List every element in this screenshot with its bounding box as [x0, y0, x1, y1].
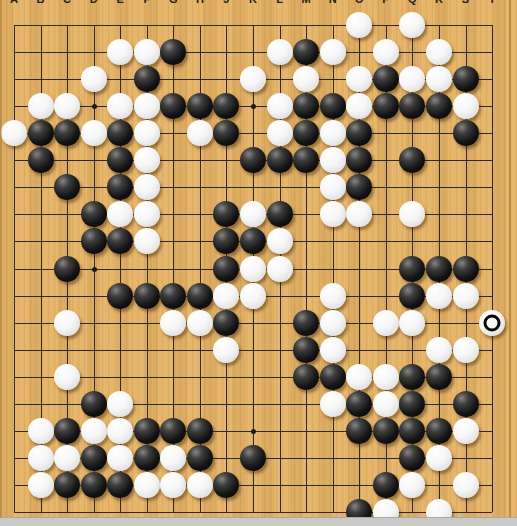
black-stone[interactable] — [81, 445, 107, 471]
white-stone[interactable] — [293, 66, 319, 92]
white-stone[interactable] — [28, 418, 54, 444]
black-stone[interactable] — [81, 228, 107, 254]
white-stone[interactable] — [54, 310, 80, 336]
black-stone[interactable] — [426, 256, 452, 282]
white-stone[interactable] — [399, 472, 425, 498]
white-stone[interactable] — [320, 174, 346, 200]
white-stone[interactable] — [453, 283, 479, 309]
white-stone[interactable] — [160, 472, 186, 498]
white-stone[interactable] — [134, 120, 160, 146]
grid-line-horizontal — [14, 350, 492, 351]
column-label: S — [462, 0, 469, 5]
white-stone[interactable] — [240, 201, 266, 227]
white-stone[interactable] — [54, 445, 80, 471]
black-stone[interactable] — [134, 418, 160, 444]
black-stone[interactable] — [453, 120, 479, 146]
white-stone[interactable] — [426, 445, 452, 471]
black-stone[interactable] — [399, 391, 425, 417]
column-label: R — [435, 0, 443, 5]
white-stone[interactable] — [81, 66, 107, 92]
black-stone[interactable] — [160, 93, 186, 119]
white-stone[interactable] — [373, 39, 399, 65]
black-stone[interactable] — [81, 201, 107, 227]
column-label: F — [143, 0, 150, 5]
black-stone[interactable] — [187, 418, 213, 444]
white-stone[interactable] — [320, 310, 346, 336]
black-stone[interactable] — [107, 472, 133, 498]
black-stone[interactable] — [213, 228, 239, 254]
black-stone[interactable] — [28, 120, 54, 146]
black-stone[interactable] — [213, 120, 239, 146]
black-stone[interactable] — [213, 310, 239, 336]
black-stone[interactable] — [453, 391, 479, 417]
white-stone[interactable] — [320, 39, 346, 65]
black-stone[interactable] — [373, 93, 399, 119]
black-stone[interactable] — [240, 228, 266, 254]
star-point — [92, 104, 97, 109]
grid-line-vertical — [492, 25, 493, 512]
black-stone[interactable] — [160, 283, 186, 309]
black-stone[interactable] — [213, 201, 239, 227]
black-stone[interactable] — [373, 418, 399, 444]
black-stone[interactable] — [54, 120, 80, 146]
column-label: P — [382, 0, 389, 5]
white-stone[interactable] — [240, 256, 266, 282]
black-stone[interactable] — [399, 364, 425, 390]
white-stone[interactable] — [160, 445, 186, 471]
go-board-app: ABCDEFGHJKLMNOPQRST — [0, 0, 517, 526]
white-stone[interactable] — [213, 337, 239, 363]
white-stone[interactable] — [28, 445, 54, 471]
black-stone[interactable] — [293, 39, 319, 65]
column-label: T — [489, 0, 496, 5]
black-stone[interactable] — [293, 93, 319, 119]
black-stone[interactable] — [107, 283, 133, 309]
black-stone[interactable] — [426, 364, 452, 390]
black-stone[interactable] — [267, 201, 293, 227]
column-label: J — [223, 0, 229, 5]
white-stone[interactable] — [134, 39, 160, 65]
white-stone[interactable] — [107, 391, 133, 417]
white-stone[interactable] — [453, 472, 479, 498]
white-stone[interactable] — [346, 364, 372, 390]
black-stone[interactable] — [54, 256, 80, 282]
black-stone[interactable] — [187, 445, 213, 471]
white-stone[interactable] — [107, 445, 133, 471]
column-label: A — [10, 0, 18, 5]
white-stone[interactable] — [399, 201, 425, 227]
column-label: C — [63, 0, 71, 5]
black-stone[interactable] — [213, 93, 239, 119]
white-stone[interactable] — [134, 147, 160, 173]
black-stone[interactable] — [320, 93, 346, 119]
black-stone[interactable] — [399, 445, 425, 471]
white-stone[interactable] — [187, 472, 213, 498]
black-stone[interactable] — [346, 120, 372, 146]
board-right-edge — [509, 0, 511, 526]
column-label: O — [355, 0, 364, 5]
white-stone[interactable] — [160, 310, 186, 336]
white-stone[interactable] — [320, 337, 346, 363]
black-stone[interactable] — [399, 93, 425, 119]
black-stone[interactable] — [293, 147, 319, 173]
column-label: L — [276, 0, 283, 5]
black-stone[interactable] — [399, 418, 425, 444]
white-stone[interactable] — [81, 120, 107, 146]
black-stone[interactable] — [54, 472, 80, 498]
bottom-strip — [0, 517, 517, 526]
white-stone[interactable] — [426, 66, 452, 92]
black-stone[interactable] — [373, 66, 399, 92]
black-stone[interactable] — [213, 472, 239, 498]
white-stone[interactable] — [453, 337, 479, 363]
white-stone[interactable] — [373, 364, 399, 390]
white-stone[interactable] — [134, 201, 160, 227]
black-stone[interactable] — [453, 256, 479, 282]
white-stone[interactable] — [453, 418, 479, 444]
black-stone[interactable] — [134, 445, 160, 471]
black-stone[interactable] — [107, 147, 133, 173]
black-stone[interactable] — [346, 174, 372, 200]
white-stone[interactable] — [54, 93, 80, 119]
black-stone[interactable] — [293, 337, 319, 363]
column-label: H — [196, 0, 204, 5]
black-stone[interactable] — [107, 120, 133, 146]
white-stone[interactable] — [320, 391, 346, 417]
white-stone[interactable] — [426, 39, 452, 65]
white-stone[interactable] — [134, 228, 160, 254]
black-stone[interactable] — [28, 147, 54, 173]
white-stone[interactable] — [240, 66, 266, 92]
black-stone[interactable] — [187, 93, 213, 119]
star-point — [251, 429, 256, 434]
black-stone[interactable] — [81, 391, 107, 417]
white-stone[interactable] — [240, 283, 266, 309]
black-stone[interactable] — [267, 147, 293, 173]
black-stone[interactable] — [320, 364, 346, 390]
black-stone[interactable] — [240, 147, 266, 173]
white-stone[interactable] — [28, 472, 54, 498]
black-stone[interactable] — [240, 445, 266, 471]
white-stone[interactable] — [187, 310, 213, 336]
white-stone[interactable] — [134, 472, 160, 498]
black-stone[interactable] — [399, 147, 425, 173]
grid-line-horizontal — [14, 512, 492, 513]
star-point — [251, 104, 256, 109]
white-stone[interactable] — [346, 66, 372, 92]
column-label: G — [169, 0, 178, 5]
black-stone[interactable] — [426, 93, 452, 119]
last-move-circle-marker — [484, 314, 501, 331]
white-stone[interactable] — [267, 256, 293, 282]
white-stone[interactable] — [107, 201, 133, 227]
white-stone[interactable] — [479, 310, 505, 336]
white-stone[interactable] — [107, 39, 133, 65]
white-stone[interactable] — [373, 310, 399, 336]
white-stone[interactable] — [54, 364, 80, 390]
white-stone[interactable] — [373, 391, 399, 417]
white-stone[interactable] — [134, 174, 160, 200]
black-stone[interactable] — [453, 66, 479, 92]
star-point — [92, 267, 97, 272]
white-stone[interactable] — [213, 283, 239, 309]
white-stone[interactable] — [1, 120, 27, 146]
black-stone[interactable] — [213, 256, 239, 282]
white-stone[interactable] — [346, 201, 372, 227]
black-stone[interactable] — [399, 256, 425, 282]
black-stone[interactable] — [293, 310, 319, 336]
white-stone[interactable] — [28, 93, 54, 119]
black-stone[interactable] — [187, 283, 213, 309]
white-stone[interactable] — [399, 66, 425, 92]
black-stone[interactable] — [160, 39, 186, 65]
white-stone[interactable] — [81, 418, 107, 444]
white-stone[interactable] — [134, 93, 160, 119]
white-stone[interactable] — [320, 120, 346, 146]
column-label: K — [249, 0, 257, 5]
black-stone[interactable] — [54, 174, 80, 200]
column-label: E — [117, 0, 124, 5]
white-stone[interactable] — [107, 93, 133, 119]
black-stone[interactable] — [293, 364, 319, 390]
black-stone[interactable] — [81, 472, 107, 498]
black-stone[interactable] — [346, 147, 372, 173]
black-stone[interactable] — [346, 391, 372, 417]
white-stone[interactable] — [346, 12, 372, 38]
column-label: Q — [408, 0, 417, 5]
white-stone[interactable] — [453, 93, 479, 119]
column-label: B — [37, 0, 45, 5]
white-stone[interactable] — [267, 39, 293, 65]
column-labels: ABCDEFGHJKLMNOPQRST — [0, 0, 517, 5]
black-stone[interactable] — [107, 228, 133, 254]
board-left-edge — [0, 0, 2, 526]
black-stone[interactable] — [107, 174, 133, 200]
white-stone[interactable] — [107, 418, 133, 444]
black-stone[interactable] — [160, 418, 186, 444]
white-stone[interactable] — [399, 310, 425, 336]
white-stone[interactable] — [426, 283, 452, 309]
black-stone[interactable] — [54, 418, 80, 444]
white-stone[interactable] — [267, 120, 293, 146]
column-label: M — [302, 0, 311, 5]
black-stone[interactable] — [399, 283, 425, 309]
black-stone[interactable] — [373, 472, 399, 498]
white-stone[interactable] — [320, 201, 346, 227]
black-stone[interactable] — [293, 120, 319, 146]
column-label: D — [90, 0, 98, 5]
white-stone[interactable] — [399, 12, 425, 38]
white-stone[interactable] — [320, 147, 346, 173]
column-label: N — [329, 0, 337, 5]
black-stone[interactable] — [134, 66, 160, 92]
black-stone[interactable] — [134, 283, 160, 309]
white-stone[interactable] — [267, 93, 293, 119]
white-stone[interactable] — [267, 228, 293, 254]
black-stone[interactable] — [426, 418, 452, 444]
white-stone[interactable] — [320, 283, 346, 309]
white-stone[interactable] — [426, 337, 452, 363]
black-stone[interactable] — [346, 418, 372, 444]
white-stone[interactable] — [187, 120, 213, 146]
white-stone[interactable] — [346, 93, 372, 119]
